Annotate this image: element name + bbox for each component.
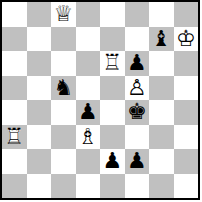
square-e6[interactable]: ♖ [100, 51, 125, 76]
white-king: ♔ [176, 28, 196, 50]
square-c3[interactable] [51, 125, 76, 150]
square-d3[interactable]: ♗ [76, 125, 101, 150]
square-a1[interactable] [2, 174, 27, 199]
square-e5[interactable] [100, 76, 125, 101]
square-f7[interactable] [125, 27, 150, 52]
square-e2[interactable]: ♟ [100, 149, 125, 174]
square-e4[interactable] [100, 100, 125, 125]
square-h2[interactable] [174, 149, 199, 174]
square-c7[interactable] [51, 27, 76, 52]
square-h6[interactable] [174, 51, 199, 76]
square-f2[interactable]: ♟ [125, 149, 150, 174]
square-g3[interactable] [149, 125, 174, 150]
black-knight: ♞ [53, 77, 73, 99]
black-bishop: ♝ [151, 28, 171, 50]
black-pawn: ♟ [78, 101, 98, 123]
square-c4[interactable] [51, 100, 76, 125]
square-e1[interactable] [100, 174, 125, 199]
square-a5[interactable] [2, 76, 27, 101]
black-king: ♚ [127, 101, 147, 123]
square-b1[interactable] [27, 174, 52, 199]
square-f6[interactable]: ♟ [125, 51, 150, 76]
square-d7[interactable] [76, 27, 101, 52]
square-c8[interactable]: ♕ [51, 2, 76, 27]
square-h7[interactable]: ♔ [174, 27, 199, 52]
square-f1[interactable] [125, 174, 150, 199]
square-d8[interactable] [76, 2, 101, 27]
square-h1[interactable] [174, 174, 199, 199]
square-h5[interactable] [174, 76, 199, 101]
square-h3[interactable] [174, 125, 199, 150]
square-g2[interactable] [149, 149, 174, 174]
square-g7[interactable]: ♝ [149, 27, 174, 52]
square-g6[interactable] [149, 51, 174, 76]
square-b2[interactable] [27, 149, 52, 174]
square-a7[interactable] [2, 27, 27, 52]
square-b3[interactable] [27, 125, 52, 150]
white-rook: ♖ [4, 126, 24, 148]
square-d6[interactable] [76, 51, 101, 76]
square-h4[interactable] [174, 100, 199, 125]
square-f5[interactable]: ♙ [125, 76, 150, 101]
white-queen: ♕ [53, 3, 73, 25]
square-c5[interactable]: ♞ [51, 76, 76, 101]
square-b5[interactable] [27, 76, 52, 101]
square-c2[interactable] [51, 149, 76, 174]
square-g5[interactable] [149, 76, 174, 101]
square-e7[interactable] [100, 27, 125, 52]
square-b6[interactable] [27, 51, 52, 76]
square-g4[interactable] [149, 100, 174, 125]
square-a3[interactable]: ♖ [2, 125, 27, 150]
square-d5[interactable] [76, 76, 101, 101]
square-d2[interactable] [76, 149, 101, 174]
chess-board: ♕♝♔♖♟♞♙♟♚♖♗♟♟ [0, 0, 200, 200]
square-a8[interactable] [2, 2, 27, 27]
square-e3[interactable] [100, 125, 125, 150]
square-b7[interactable] [27, 27, 52, 52]
square-c6[interactable] [51, 51, 76, 76]
square-b8[interactable] [27, 2, 52, 27]
square-g1[interactable] [149, 174, 174, 199]
black-pawn: ♟ [127, 150, 147, 172]
square-d1[interactable] [76, 174, 101, 199]
square-b4[interactable] [27, 100, 52, 125]
square-f4[interactable]: ♚ [125, 100, 150, 125]
square-d4[interactable]: ♟ [76, 100, 101, 125]
square-a2[interactable] [2, 149, 27, 174]
square-f3[interactable] [125, 125, 150, 150]
square-g8[interactable] [149, 2, 174, 27]
square-f8[interactable] [125, 2, 150, 27]
black-pawn: ♟ [127, 52, 147, 74]
white-pawn: ♙ [127, 77, 147, 99]
white-bishop: ♗ [78, 126, 98, 148]
square-h8[interactable] [174, 2, 199, 27]
black-pawn: ♟ [102, 150, 122, 172]
white-rook: ♖ [102, 52, 122, 74]
square-a4[interactable] [2, 100, 27, 125]
square-a6[interactable] [2, 51, 27, 76]
square-c1[interactable] [51, 174, 76, 199]
square-e8[interactable] [100, 2, 125, 27]
